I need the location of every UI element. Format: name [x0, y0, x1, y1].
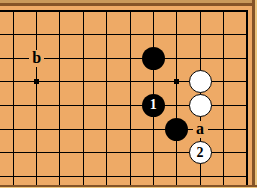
grid-line-v: [106, 10, 107, 185]
star-point: [34, 79, 39, 84]
white-stone: [189, 94, 212, 117]
go-board: 12ab: [0, 0, 257, 188]
grid-line-v: [83, 10, 84, 185]
grid-line-v: [130, 10, 131, 185]
black-stone: [165, 118, 188, 141]
frame-bottom-outer: [0, 187, 257, 188]
white-stone: [189, 70, 212, 93]
stone-number-label: 2: [197, 146, 204, 160]
grid-line-v: [13, 10, 14, 185]
grid-line-v: [59, 10, 60, 185]
grid-line-h: [0, 129, 248, 130]
grid-line-v: [36, 10, 37, 185]
stone-number-label: 1: [150, 98, 157, 112]
frame-right-outer: [255, 0, 258, 188]
board-right-edge-line: [246, 10, 249, 185]
frame-top-inner: [0, 3, 257, 6]
letter-a-label: a: [193, 121, 208, 138]
star-point: [174, 79, 179, 84]
grid-line-h: [0, 176, 248, 177]
black-stone: [142, 47, 165, 70]
grid-line-h: [0, 34, 248, 35]
grid-line-v: [223, 10, 224, 185]
white-stone-2: 2: [189, 141, 212, 164]
grid-line-v: [176, 10, 177, 185]
go-diagram: 12ab: [0, 0, 257, 188]
letter-b-label: b: [29, 50, 44, 67]
board-top-edge-line: [0, 10, 248, 13]
black-stone-1: 1: [142, 94, 165, 117]
